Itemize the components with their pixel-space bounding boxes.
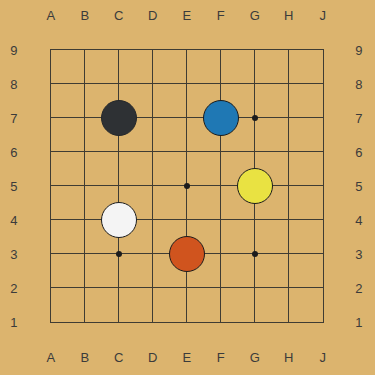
board-cell [221,288,255,322]
blue-stone-f7[interactable] [203,100,239,136]
row-label-right: 2 [355,281,363,296]
board-cell [153,288,187,322]
row-label-left: 2 [10,281,18,296]
row-label-right: 5 [355,179,363,194]
board-cell [221,50,255,84]
board-cell [255,118,289,152]
board-cell [187,186,221,220]
column-label-bottom: H [284,350,294,365]
board-cell [153,186,187,220]
board-cell [289,84,323,118]
board-cell [153,152,187,186]
column-label-top: E [182,8,191,23]
column-label-top: J [320,8,327,23]
board-cell [289,288,323,322]
board-cell [85,288,119,322]
board-cell [289,186,323,220]
star-point-e5 [184,183,190,189]
board-cell [153,50,187,84]
board-cell [153,84,187,118]
board-cell [289,152,323,186]
board-cell [51,152,85,186]
black-stone-c7[interactable] [101,100,137,136]
board-cell [187,288,221,322]
column-label-bottom: C [114,350,124,365]
row-label-left: 1 [10,315,18,330]
go-board-screenshot: AABBCCDDEEFFGGHHJJ998877665544332211 [0,0,375,375]
column-label-bottom: B [80,350,89,365]
yellow-stone-g5[interactable] [237,168,273,204]
star-point-g3 [252,251,258,257]
board-cell [255,84,289,118]
board-cell [289,50,323,84]
board-cell [119,254,153,288]
row-label-left: 4 [10,213,18,228]
board-cell [221,220,255,254]
column-label-bottom: A [46,350,55,365]
row-label-right: 8 [355,77,363,92]
board-cell [289,254,323,288]
column-label-bottom: F [217,350,225,365]
row-label-left: 8 [10,77,18,92]
column-label-top: C [114,8,124,23]
column-label-top: F [217,8,225,23]
board-cell [255,288,289,322]
board-cell [119,50,153,84]
column-label-bottom: D [148,350,158,365]
board-cell [119,288,153,322]
board-cell [51,84,85,118]
row-label-right: 4 [355,213,363,228]
board-cell [85,50,119,84]
column-label-top: G [250,8,261,23]
star-point-g7 [252,115,258,121]
board-cell [153,118,187,152]
row-label-left: 6 [10,145,18,160]
row-label-right: 1 [355,315,363,330]
row-label-left: 5 [10,179,18,194]
column-label-top: B [80,8,89,23]
board-cell [51,254,85,288]
orange-stone-e3[interactable] [169,236,205,272]
board-cell [289,118,323,152]
row-label-left: 7 [10,111,18,126]
board-cell [51,118,85,152]
board-cell [85,254,119,288]
row-label-left: 9 [10,43,18,58]
column-label-bottom: E [182,350,191,365]
board-cell [255,220,289,254]
board-cell [85,152,119,186]
star-point-c3 [116,251,122,257]
board-cell [187,50,221,84]
white-stone-c4[interactable] [101,202,137,238]
row-label-left: 3 [10,247,18,262]
board-cell [119,152,153,186]
board-cell [255,50,289,84]
column-label-top: D [148,8,158,23]
board-cell [51,186,85,220]
board-cell [51,50,85,84]
board-cell [289,220,323,254]
board-cell [51,220,85,254]
column-label-bottom: G [250,350,261,365]
row-label-right: 9 [355,43,363,58]
board-cell [221,254,255,288]
board-cell [51,288,85,322]
board-cell [187,152,221,186]
board-cell [255,254,289,288]
row-label-right: 3 [355,247,363,262]
row-label-right: 7 [355,111,363,126]
column-label-top: A [46,8,55,23]
row-label-right: 6 [355,145,363,160]
column-label-bottom: J [320,350,327,365]
column-label-top: H [284,8,294,23]
